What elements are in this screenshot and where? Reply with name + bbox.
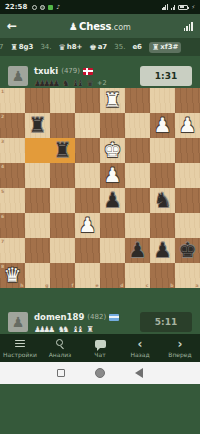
move-number: 35. bbox=[114, 43, 125, 51]
notification-dot-icon bbox=[40, 5, 45, 10]
battery-icon bbox=[178, 5, 188, 10]
rank-label: 2 bbox=[1, 114, 4, 119]
android-recents-button[interactable] bbox=[57, 369, 65, 377]
square-d2[interactable] bbox=[100, 113, 125, 138]
square-f8[interactable]: f bbox=[50, 263, 75, 288]
square-g8[interactable]: g bbox=[25, 263, 50, 288]
square-f1[interactable] bbox=[50, 88, 75, 113]
move-token[interactable]: ♛h8+ bbox=[59, 43, 83, 52]
player-top-rating: (479) bbox=[61, 67, 80, 75]
square-b1[interactable] bbox=[150, 88, 175, 113]
material-advantage: +2 bbox=[97, 79, 107, 88]
nav-item-back[interactable]: ‹Назад bbox=[120, 339, 160, 358]
square-h5[interactable]: 5 bbox=[0, 188, 25, 213]
cell-signal-icon bbox=[162, 4, 168, 10]
square-e6[interactable]: ♟ bbox=[75, 213, 100, 238]
back-arrow-button[interactable]: ← bbox=[7, 19, 17, 33]
square-d5[interactable]: ♟ bbox=[100, 188, 125, 213]
square-a8[interactable]: a bbox=[175, 263, 200, 288]
square-a1[interactable] bbox=[175, 88, 200, 113]
square-c6[interactable] bbox=[125, 213, 150, 238]
player-bottom-rating: (482) bbox=[87, 313, 106, 321]
square-g5[interactable] bbox=[25, 188, 50, 213]
app-header: ← ♟Chess.com bbox=[0, 14, 200, 38]
square-a7[interactable]: ♚ bbox=[175, 238, 200, 263]
move-number: 7 bbox=[0, 43, 3, 51]
square-b5[interactable]: ♞ bbox=[150, 188, 175, 213]
status-time: 22:58 bbox=[5, 3, 27, 11]
file-label: c bbox=[146, 283, 149, 288]
player-top-flag-denmark bbox=[83, 68, 93, 75]
chat-icon bbox=[95, 339, 106, 349]
app-notification-icon bbox=[48, 5, 53, 10]
square-h3[interactable]: 3 bbox=[0, 138, 25, 163]
android-home-button[interactable] bbox=[95, 368, 105, 378]
square-f6[interactable] bbox=[50, 213, 75, 238]
square-d3[interactable]: ♚ bbox=[100, 138, 125, 163]
square-h7[interactable]: 7 bbox=[0, 238, 25, 263]
nav-label: Анализ bbox=[49, 351, 72, 358]
player-top: ♟ txuki (479) ♟♟♟♟♟♞♝♝♛+2 1:31 bbox=[0, 56, 200, 88]
white-queen-h8: ♛ bbox=[0, 263, 25, 288]
black-rook-g2: ♜ bbox=[25, 113, 50, 138]
move-piece-icon: ♜ bbox=[152, 43, 159, 52]
notification-icons: ♪ bbox=[32, 4, 60, 10]
square-h8[interactable]: 8h♛ bbox=[0, 263, 25, 288]
square-h4[interactable]: 4 bbox=[0, 163, 25, 188]
black-pawn-c7: ♟ bbox=[125, 238, 150, 263]
square-c2[interactable] bbox=[125, 113, 150, 138]
nav-item-chat[interactable]: Чат bbox=[80, 339, 120, 358]
square-g4[interactable] bbox=[25, 163, 50, 188]
white-pawn-d4: ♟ bbox=[100, 163, 125, 188]
square-f5[interactable] bbox=[50, 188, 75, 213]
system-status-icons: ⚡ bbox=[162, 4, 195, 10]
logo-pawn-icon: ♟ bbox=[69, 21, 78, 32]
square-f4[interactable] bbox=[50, 163, 75, 188]
file-label: e bbox=[95, 283, 98, 288]
square-a3[interactable] bbox=[175, 138, 200, 163]
rank-label: 1 bbox=[1, 89, 4, 94]
square-f3[interactable]: ♜ bbox=[50, 138, 75, 163]
move-token[interactable]: ♜xf3# bbox=[149, 42, 181, 53]
nav-item-settings[interactable]: Настройки bbox=[0, 339, 40, 358]
square-a2[interactable]: ♟ bbox=[175, 113, 200, 138]
move-token[interactable]: ♜8g3 bbox=[10, 43, 33, 52]
file-label: d bbox=[120, 283, 123, 288]
square-e5[interactable] bbox=[75, 188, 100, 213]
connection-strength-icon bbox=[184, 22, 193, 31]
black-pawn-d5: ♟ bbox=[100, 188, 125, 213]
square-b4[interactable] bbox=[150, 163, 175, 188]
white-rook-d1: ♜ bbox=[100, 88, 125, 113]
square-h2[interactable]: 2 bbox=[0, 113, 25, 138]
media-note-icon: ♪ bbox=[56, 4, 60, 10]
square-e1[interactable] bbox=[75, 88, 100, 113]
square-b6[interactable] bbox=[150, 213, 175, 238]
square-f2[interactable] bbox=[50, 113, 75, 138]
nav-label: Назад bbox=[130, 351, 149, 358]
rank-label: 5 bbox=[1, 189, 4, 194]
square-g6[interactable] bbox=[25, 213, 50, 238]
square-d1[interactable]: ♜ bbox=[100, 88, 125, 113]
file-label: b bbox=[170, 283, 173, 288]
analysis-icon bbox=[55, 339, 65, 349]
square-c7[interactable]: ♟ bbox=[125, 238, 150, 263]
move-number: 34. bbox=[40, 43, 51, 51]
square-c5[interactable] bbox=[125, 188, 150, 213]
move-piece-icon: ♜ bbox=[10, 43, 17, 52]
move-piece-icon: ♛ bbox=[59, 43, 66, 52]
nav-label: Чат bbox=[94, 351, 105, 358]
bottom-nav: НастройкиАнализЧат‹Назад›Вперед bbox=[0, 334, 200, 362]
player-bottom-clock: 5:11 bbox=[140, 312, 192, 332]
captured-white-knight: ♞ bbox=[62, 325, 67, 334]
square-g2[interactable]: ♜ bbox=[25, 113, 50, 138]
captured-black-knight: ♞ bbox=[62, 79, 67, 88]
player-bottom-flag bbox=[109, 314, 119, 321]
player-top-avatar[interactable]: ♟ bbox=[8, 66, 28, 86]
player-bottom-name[interactable]: domen189 bbox=[34, 312, 84, 322]
move-piece-icon: ♚ bbox=[89, 43, 96, 52]
rank-label: 8 bbox=[1, 264, 4, 269]
logo-suffix: .com bbox=[111, 23, 131, 32]
rank-label: 7 bbox=[1, 239, 4, 244]
square-d7[interactable] bbox=[100, 238, 125, 263]
chesscom-logo: ♟Chess.com bbox=[0, 21, 200, 32]
square-e7[interactable] bbox=[75, 238, 100, 263]
logo-text: Chess bbox=[79, 21, 111, 32]
square-b8[interactable]: b bbox=[150, 263, 175, 288]
captured-black-queen: ♛ bbox=[86, 79, 91, 88]
file-label: a bbox=[195, 283, 198, 288]
square-e8[interactable]: e bbox=[75, 263, 100, 288]
square-a5[interactable] bbox=[175, 188, 200, 213]
square-b3[interactable] bbox=[150, 138, 175, 163]
move-token[interactable]: ♚a7 bbox=[89, 43, 107, 52]
android-nav-bar bbox=[0, 362, 200, 384]
square-d4[interactable]: ♟ bbox=[100, 163, 125, 188]
captured-white-pawn: ♟ bbox=[48, 325, 53, 334]
file-label: g bbox=[45, 283, 48, 288]
nav-item-analysis[interactable]: Анализ bbox=[40, 339, 80, 358]
android-back-button[interactable] bbox=[135, 368, 143, 378]
black-knight-b5: ♞ bbox=[150, 188, 175, 213]
file-label: f bbox=[72, 283, 74, 288]
black-pawn-b7: ♟ bbox=[150, 238, 175, 263]
square-b2[interactable]: ♟ bbox=[150, 113, 175, 138]
captured-white-rook: ♜ bbox=[86, 325, 91, 334]
square-f7[interactable] bbox=[50, 238, 75, 263]
rank-label: 6 bbox=[1, 214, 4, 219]
charging-icon: ⚡ bbox=[191, 5, 195, 10]
player-top-clock: 1:31 bbox=[140, 66, 192, 86]
player-top-captured-tray: ♟♟♟♟♟♞♝♝♛+2 bbox=[34, 79, 107, 88]
captured-black-pawn: ♟ bbox=[53, 79, 58, 88]
square-g1[interactable] bbox=[25, 88, 50, 113]
square-g7[interactable] bbox=[25, 238, 50, 263]
white-king-d3: ♚ bbox=[100, 138, 125, 163]
back-icon: ‹ bbox=[138, 339, 143, 349]
player-top-name[interactable]: txuki bbox=[34, 66, 58, 76]
square-a4[interactable] bbox=[175, 163, 200, 188]
nav-label: Вперед bbox=[168, 351, 191, 358]
square-c3[interactable] bbox=[125, 138, 150, 163]
white-pawn-e6: ♟ bbox=[75, 213, 100, 238]
status-bar: 22:58 ♪ ⚡ bbox=[0, 0, 200, 14]
square-c8[interactable]: c bbox=[125, 263, 150, 288]
captured-black-bishop: ♝ bbox=[77, 79, 82, 88]
rank-label: 3 bbox=[1, 139, 4, 144]
square-b7[interactable]: ♟ bbox=[150, 238, 175, 263]
black-rook-f3: ♜ bbox=[50, 138, 75, 163]
square-a6[interactable] bbox=[175, 213, 200, 238]
alarm-icon bbox=[32, 5, 37, 10]
black-king-a7: ♚ bbox=[175, 238, 200, 263]
player-bottom-avatar[interactable]: ♟ bbox=[8, 312, 28, 332]
player-bottom: ♟ domen189 (482) ♟♟♟♟♞♞♝♝♜ 5:11 bbox=[0, 288, 200, 334]
settings-icon bbox=[15, 339, 25, 349]
square-h1[interactable]: 1 bbox=[0, 88, 25, 113]
square-c4[interactable] bbox=[125, 163, 150, 188]
square-e4[interactable] bbox=[75, 163, 100, 188]
white-pawn-b2: ♟ bbox=[150, 113, 175, 138]
player-bottom-captured-tray: ♟♟♟♟♞♞♝♝♜ bbox=[34, 325, 119, 334]
nav-label: Настройки bbox=[3, 351, 37, 358]
rank-label: 4 bbox=[1, 164, 4, 169]
captured-white-bishop: ♝ bbox=[77, 325, 82, 334]
square-d8[interactable]: d bbox=[100, 263, 125, 288]
square-g3[interactable] bbox=[25, 138, 50, 163]
square-e2[interactable] bbox=[75, 113, 100, 138]
move-token[interactable]: e6 bbox=[132, 43, 142, 51]
nav-item-forward[interactable]: ›Вперед bbox=[160, 339, 200, 358]
forward-icon: › bbox=[178, 339, 183, 349]
move-list: 7♜8g334.♛h8+♚a735.e6♜xf3# bbox=[0, 38, 200, 56]
white-pawn-a2: ♟ bbox=[175, 113, 200, 138]
square-h6[interactable]: 6 bbox=[0, 213, 25, 238]
square-d6[interactable] bbox=[100, 213, 125, 238]
wifi-signal-icon bbox=[171, 4, 176, 10]
square-c1[interactable] bbox=[125, 88, 150, 113]
board: 1♜2♜♟♟3♜♚4♟5♟♞6♟7♟♟♚8h♛gfedcba bbox=[0, 88, 200, 288]
square-e3[interactable] bbox=[75, 138, 100, 163]
file-label: h bbox=[20, 283, 23, 288]
